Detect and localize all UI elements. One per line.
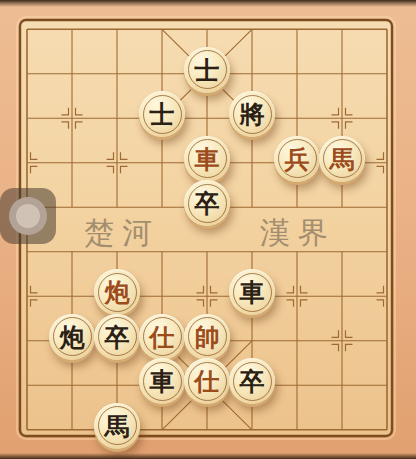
- piece-glyph: 炮: [60, 324, 85, 350]
- red-piece[interactable]: 馬: [319, 136, 365, 182]
- piece-glyph: 車: [195, 146, 220, 172]
- assistive-touch-icon: [9, 197, 47, 235]
- black-piece[interactable]: 馬: [94, 403, 140, 449]
- red-piece[interactable]: 仕: [139, 314, 185, 360]
- piece-glyph: 車: [240, 279, 265, 305]
- black-piece[interactable]: 炮: [49, 314, 95, 360]
- piece-glyph: 卒: [240, 368, 265, 394]
- piece-glyph: 車: [150, 368, 175, 394]
- black-piece[interactable]: 車: [229, 269, 275, 315]
- red-piece[interactable]: 兵: [274, 136, 320, 182]
- piece-glyph: 馬: [330, 146, 355, 172]
- piece-glyph: 將: [240, 101, 265, 127]
- piece-glyph: 士: [150, 101, 175, 127]
- black-piece[interactable]: 將: [229, 91, 275, 137]
- piece-glyph: 卒: [105, 324, 130, 350]
- red-piece[interactable]: 帥: [184, 314, 230, 360]
- black-piece[interactable]: 車: [139, 358, 185, 404]
- black-piece[interactable]: 士: [139, 91, 185, 137]
- black-piece[interactable]: 卒: [184, 180, 230, 226]
- piece-glyph: 馬: [105, 413, 130, 439]
- assistive-touch-button[interactable]: [0, 188, 56, 244]
- piece-glyph: 卒: [195, 190, 220, 216]
- red-piece[interactable]: 仕: [184, 358, 230, 404]
- piece-glyph: 帥: [195, 324, 220, 350]
- red-piece[interactable]: 車: [184, 136, 230, 182]
- piece-glyph: 仕: [195, 368, 220, 394]
- xiangqi-game-screen: 楚河 漢界 士士將車兵馬卒炮車炮卒仕帥車仕卒馬: [0, 0, 416, 459]
- piece-glyph: 仕: [150, 324, 175, 350]
- red-piece[interactable]: 炮: [94, 269, 140, 315]
- black-piece[interactable]: 卒: [94, 314, 140, 360]
- pieces-grid: 士士將車兵馬卒炮車炮卒仕帥車仕卒馬: [5, 7, 410, 452]
- black-piece[interactable]: 士: [184, 47, 230, 93]
- piece-glyph: 炮: [105, 279, 130, 305]
- black-piece[interactable]: 卒: [229, 358, 275, 404]
- piece-glyph: 士: [195, 57, 220, 83]
- piece-glyph: 兵: [285, 146, 310, 172]
